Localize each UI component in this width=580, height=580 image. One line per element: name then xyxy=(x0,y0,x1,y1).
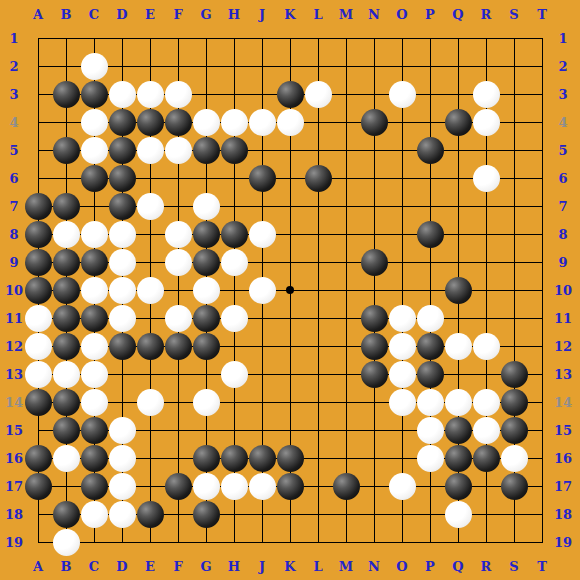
point-N11[interactable] xyxy=(360,304,388,332)
point-O7[interactable] xyxy=(388,192,416,220)
point-L12[interactable] xyxy=(304,332,332,360)
point-E12[interactable] xyxy=(136,332,164,360)
point-S6[interactable] xyxy=(500,164,528,192)
point-K3[interactable] xyxy=(276,80,304,108)
point-D19[interactable] xyxy=(108,528,136,556)
point-E18[interactable] xyxy=(136,500,164,528)
point-F9[interactable] xyxy=(164,248,192,276)
point-H17[interactable] xyxy=(220,472,248,500)
point-R11[interactable] xyxy=(472,304,500,332)
point-T3[interactable] xyxy=(528,80,556,108)
point-B3[interactable] xyxy=(52,80,80,108)
point-H1[interactable] xyxy=(220,24,248,52)
point-R14[interactable] xyxy=(472,388,500,416)
point-N3[interactable] xyxy=(360,80,388,108)
point-G3[interactable] xyxy=(192,80,220,108)
point-B4[interactable] xyxy=(52,108,80,136)
point-F1[interactable] xyxy=(164,24,192,52)
point-N10[interactable] xyxy=(360,276,388,304)
point-G17[interactable] xyxy=(192,472,220,500)
point-C13[interactable] xyxy=(80,360,108,388)
point-T17[interactable] xyxy=(528,472,556,500)
point-L5[interactable] xyxy=(304,136,332,164)
point-P1[interactable] xyxy=(416,24,444,52)
point-K12[interactable] xyxy=(276,332,304,360)
point-N16[interactable] xyxy=(360,444,388,472)
point-D9[interactable] xyxy=(108,248,136,276)
point-O9[interactable] xyxy=(388,248,416,276)
point-B7[interactable] xyxy=(52,192,80,220)
point-J9[interactable] xyxy=(248,248,276,276)
point-A14[interactable] xyxy=(24,388,52,416)
point-T11[interactable] xyxy=(528,304,556,332)
point-B6[interactable] xyxy=(52,164,80,192)
point-O15[interactable] xyxy=(388,416,416,444)
point-A4[interactable] xyxy=(24,108,52,136)
point-J18[interactable] xyxy=(248,500,276,528)
point-K13[interactable] xyxy=(276,360,304,388)
point-N7[interactable] xyxy=(360,192,388,220)
point-T16[interactable] xyxy=(528,444,556,472)
point-J1[interactable] xyxy=(248,24,276,52)
point-F19[interactable] xyxy=(164,528,192,556)
point-H11[interactable] xyxy=(220,304,248,332)
point-S2[interactable] xyxy=(500,52,528,80)
point-H15[interactable] xyxy=(220,416,248,444)
point-C17[interactable] xyxy=(80,472,108,500)
point-R17[interactable] xyxy=(472,472,500,500)
point-O4[interactable] xyxy=(388,108,416,136)
point-C5[interactable] xyxy=(80,136,108,164)
point-R1[interactable] xyxy=(472,24,500,52)
point-E17[interactable] xyxy=(136,472,164,500)
point-K1[interactable] xyxy=(276,24,304,52)
point-R15[interactable] xyxy=(472,416,500,444)
point-K4[interactable] xyxy=(276,108,304,136)
point-E15[interactable] xyxy=(136,416,164,444)
point-R5[interactable] xyxy=(472,136,500,164)
point-O13[interactable] xyxy=(388,360,416,388)
point-O6[interactable] xyxy=(388,164,416,192)
point-T6[interactable] xyxy=(528,164,556,192)
point-S14[interactable] xyxy=(500,388,528,416)
point-M18[interactable] xyxy=(332,500,360,528)
point-P7[interactable] xyxy=(416,192,444,220)
point-B15[interactable] xyxy=(52,416,80,444)
point-D2[interactable] xyxy=(108,52,136,80)
point-P10[interactable] xyxy=(416,276,444,304)
point-F2[interactable] xyxy=(164,52,192,80)
point-F10[interactable] xyxy=(164,276,192,304)
point-M6[interactable] xyxy=(332,164,360,192)
point-H13[interactable] xyxy=(220,360,248,388)
point-E1[interactable] xyxy=(136,24,164,52)
point-E14[interactable] xyxy=(136,388,164,416)
point-Q2[interactable] xyxy=(444,52,472,80)
point-H8[interactable] xyxy=(220,220,248,248)
point-C4[interactable] xyxy=(80,108,108,136)
point-O1[interactable] xyxy=(388,24,416,52)
point-Q11[interactable] xyxy=(444,304,472,332)
point-G13[interactable] xyxy=(192,360,220,388)
point-R18[interactable] xyxy=(472,500,500,528)
point-E4[interactable] xyxy=(136,108,164,136)
point-H5[interactable] xyxy=(220,136,248,164)
point-O11[interactable] xyxy=(388,304,416,332)
point-Q10[interactable] xyxy=(444,276,472,304)
point-R19[interactable] xyxy=(472,528,500,556)
point-C2[interactable] xyxy=(80,52,108,80)
point-E16[interactable] xyxy=(136,444,164,472)
point-G16[interactable] xyxy=(192,444,220,472)
point-F17[interactable] xyxy=(164,472,192,500)
point-R8[interactable] xyxy=(472,220,500,248)
point-T19[interactable] xyxy=(528,528,556,556)
point-F14[interactable] xyxy=(164,388,192,416)
point-A17[interactable] xyxy=(24,472,52,500)
point-L16[interactable] xyxy=(304,444,332,472)
point-P15[interactable] xyxy=(416,416,444,444)
point-D14[interactable] xyxy=(108,388,136,416)
point-A13[interactable] xyxy=(24,360,52,388)
point-S8[interactable] xyxy=(500,220,528,248)
point-A9[interactable] xyxy=(24,248,52,276)
point-K5[interactable] xyxy=(276,136,304,164)
point-A2[interactable] xyxy=(24,52,52,80)
point-E10[interactable] xyxy=(136,276,164,304)
point-B12[interactable] xyxy=(52,332,80,360)
point-M9[interactable] xyxy=(332,248,360,276)
point-Q8[interactable] xyxy=(444,220,472,248)
point-A3[interactable] xyxy=(24,80,52,108)
point-F12[interactable] xyxy=(164,332,192,360)
point-M8[interactable] xyxy=(332,220,360,248)
point-O3[interactable] xyxy=(388,80,416,108)
point-R13[interactable] xyxy=(472,360,500,388)
point-P9[interactable] xyxy=(416,248,444,276)
point-L9[interactable] xyxy=(304,248,332,276)
point-G14[interactable] xyxy=(192,388,220,416)
point-B18[interactable] xyxy=(52,500,80,528)
point-T8[interactable] xyxy=(528,220,556,248)
point-C1[interactable] xyxy=(80,24,108,52)
point-G1[interactable] xyxy=(192,24,220,52)
point-K2[interactable] xyxy=(276,52,304,80)
point-C6[interactable] xyxy=(80,164,108,192)
point-H3[interactable] xyxy=(220,80,248,108)
point-Q19[interactable] xyxy=(444,528,472,556)
point-O5[interactable] xyxy=(388,136,416,164)
point-Q4[interactable] xyxy=(444,108,472,136)
point-E2[interactable] xyxy=(136,52,164,80)
point-G7[interactable] xyxy=(192,192,220,220)
point-S18[interactable] xyxy=(500,500,528,528)
point-E13[interactable] xyxy=(136,360,164,388)
point-H2[interactable] xyxy=(220,52,248,80)
point-B5[interactable] xyxy=(52,136,80,164)
point-D3[interactable] xyxy=(108,80,136,108)
point-F5[interactable] xyxy=(164,136,192,164)
point-C10[interactable] xyxy=(80,276,108,304)
point-P14[interactable] xyxy=(416,388,444,416)
point-B11[interactable] xyxy=(52,304,80,332)
point-D1[interactable] xyxy=(108,24,136,52)
point-D5[interactable] xyxy=(108,136,136,164)
point-H9[interactable] xyxy=(220,248,248,276)
point-T13[interactable] xyxy=(528,360,556,388)
point-M1[interactable] xyxy=(332,24,360,52)
point-K11[interactable] xyxy=(276,304,304,332)
point-F15[interactable] xyxy=(164,416,192,444)
point-H16[interactable] xyxy=(220,444,248,472)
point-M15[interactable] xyxy=(332,416,360,444)
point-O12[interactable] xyxy=(388,332,416,360)
point-A5[interactable] xyxy=(24,136,52,164)
point-K14[interactable] xyxy=(276,388,304,416)
point-J5[interactable] xyxy=(248,136,276,164)
point-G12[interactable] xyxy=(192,332,220,360)
point-B16[interactable] xyxy=(52,444,80,472)
point-F3[interactable] xyxy=(164,80,192,108)
point-J6[interactable] xyxy=(248,164,276,192)
point-P16[interactable] xyxy=(416,444,444,472)
point-K19[interactable] xyxy=(276,528,304,556)
point-S4[interactable] xyxy=(500,108,528,136)
point-J16[interactable] xyxy=(248,444,276,472)
point-N4[interactable] xyxy=(360,108,388,136)
point-N18[interactable] xyxy=(360,500,388,528)
point-Q5[interactable] xyxy=(444,136,472,164)
point-Q1[interactable] xyxy=(444,24,472,52)
point-S15[interactable] xyxy=(500,416,528,444)
point-J19[interactable] xyxy=(248,528,276,556)
point-L13[interactable] xyxy=(304,360,332,388)
point-H10[interactable] xyxy=(220,276,248,304)
point-B1[interactable] xyxy=(52,24,80,52)
point-K18[interactable] xyxy=(276,500,304,528)
point-J4[interactable] xyxy=(248,108,276,136)
point-B8[interactable] xyxy=(52,220,80,248)
point-R3[interactable] xyxy=(472,80,500,108)
point-S10[interactable] xyxy=(500,276,528,304)
point-L2[interactable] xyxy=(304,52,332,80)
point-B9[interactable] xyxy=(52,248,80,276)
point-N1[interactable] xyxy=(360,24,388,52)
point-B14[interactable] xyxy=(52,388,80,416)
point-K10[interactable] xyxy=(276,276,304,304)
point-N14[interactable] xyxy=(360,388,388,416)
point-G6[interactable] xyxy=(192,164,220,192)
point-D4[interactable] xyxy=(108,108,136,136)
point-L19[interactable] xyxy=(304,528,332,556)
point-L4[interactable] xyxy=(304,108,332,136)
point-P17[interactable] xyxy=(416,472,444,500)
point-B13[interactable] xyxy=(52,360,80,388)
point-A6[interactable] xyxy=(24,164,52,192)
point-C16[interactable] xyxy=(80,444,108,472)
point-G15[interactable] xyxy=(192,416,220,444)
point-K6[interactable] xyxy=(276,164,304,192)
point-N9[interactable] xyxy=(360,248,388,276)
point-E19[interactable] xyxy=(136,528,164,556)
point-G10[interactable] xyxy=(192,276,220,304)
point-T7[interactable] xyxy=(528,192,556,220)
point-S1[interactable] xyxy=(500,24,528,52)
point-D6[interactable] xyxy=(108,164,136,192)
point-J10[interactable] xyxy=(248,276,276,304)
point-G5[interactable] xyxy=(192,136,220,164)
point-N17[interactable] xyxy=(360,472,388,500)
point-D13[interactable] xyxy=(108,360,136,388)
point-Q18[interactable] xyxy=(444,500,472,528)
point-T18[interactable] xyxy=(528,500,556,528)
point-S7[interactable] xyxy=(500,192,528,220)
point-L6[interactable] xyxy=(304,164,332,192)
point-C18[interactable] xyxy=(80,500,108,528)
point-G18[interactable] xyxy=(192,500,220,528)
point-Q9[interactable] xyxy=(444,248,472,276)
point-M12[interactable] xyxy=(332,332,360,360)
point-J13[interactable] xyxy=(248,360,276,388)
point-M2[interactable] xyxy=(332,52,360,80)
point-P2[interactable] xyxy=(416,52,444,80)
point-P6[interactable] xyxy=(416,164,444,192)
point-L10[interactable] xyxy=(304,276,332,304)
point-K9[interactable] xyxy=(276,248,304,276)
point-R10[interactable] xyxy=(472,276,500,304)
point-P5[interactable] xyxy=(416,136,444,164)
point-D18[interactable] xyxy=(108,500,136,528)
point-E9[interactable] xyxy=(136,248,164,276)
point-F11[interactable] xyxy=(164,304,192,332)
point-T10[interactable] xyxy=(528,276,556,304)
point-M7[interactable] xyxy=(332,192,360,220)
point-Q13[interactable] xyxy=(444,360,472,388)
point-J3[interactable] xyxy=(248,80,276,108)
point-K17[interactable] xyxy=(276,472,304,500)
point-E7[interactable] xyxy=(136,192,164,220)
point-F8[interactable] xyxy=(164,220,192,248)
point-P3[interactable] xyxy=(416,80,444,108)
point-A19[interactable] xyxy=(24,528,52,556)
point-G19[interactable] xyxy=(192,528,220,556)
point-R4[interactable] xyxy=(472,108,500,136)
point-L17[interactable] xyxy=(304,472,332,500)
point-M13[interactable] xyxy=(332,360,360,388)
point-S12[interactable] xyxy=(500,332,528,360)
point-P8[interactable] xyxy=(416,220,444,248)
point-O17[interactable] xyxy=(388,472,416,500)
point-T2[interactable] xyxy=(528,52,556,80)
point-Q3[interactable] xyxy=(444,80,472,108)
point-J17[interactable] xyxy=(248,472,276,500)
point-R2[interactable] xyxy=(472,52,500,80)
point-A18[interactable] xyxy=(24,500,52,528)
point-F6[interactable] xyxy=(164,164,192,192)
point-D7[interactable] xyxy=(108,192,136,220)
point-E6[interactable] xyxy=(136,164,164,192)
point-L7[interactable] xyxy=(304,192,332,220)
point-J8[interactable] xyxy=(248,220,276,248)
point-A15[interactable] xyxy=(24,416,52,444)
point-E11[interactable] xyxy=(136,304,164,332)
point-K8[interactable] xyxy=(276,220,304,248)
point-P18[interactable] xyxy=(416,500,444,528)
point-S5[interactable] xyxy=(500,136,528,164)
point-L18[interactable] xyxy=(304,500,332,528)
point-A12[interactable] xyxy=(24,332,52,360)
point-S3[interactable] xyxy=(500,80,528,108)
point-B19[interactable] xyxy=(52,528,80,556)
point-D16[interactable] xyxy=(108,444,136,472)
point-O18[interactable] xyxy=(388,500,416,528)
point-S11[interactable] xyxy=(500,304,528,332)
point-T12[interactable] xyxy=(528,332,556,360)
point-G4[interactable] xyxy=(192,108,220,136)
point-D11[interactable] xyxy=(108,304,136,332)
point-L8[interactable] xyxy=(304,220,332,248)
point-S9[interactable] xyxy=(500,248,528,276)
go-board[interactable] xyxy=(24,24,556,556)
point-H18[interactable] xyxy=(220,500,248,528)
point-B10[interactable] xyxy=(52,276,80,304)
point-N6[interactable] xyxy=(360,164,388,192)
point-C12[interactable] xyxy=(80,332,108,360)
point-R16[interactable] xyxy=(472,444,500,472)
point-P12[interactable] xyxy=(416,332,444,360)
point-C9[interactable] xyxy=(80,248,108,276)
point-E5[interactable] xyxy=(136,136,164,164)
point-D10[interactable] xyxy=(108,276,136,304)
point-M11[interactable] xyxy=(332,304,360,332)
point-C7[interactable] xyxy=(80,192,108,220)
point-A1[interactable] xyxy=(24,24,52,52)
point-K15[interactable] xyxy=(276,416,304,444)
point-C15[interactable] xyxy=(80,416,108,444)
point-R7[interactable] xyxy=(472,192,500,220)
point-G8[interactable] xyxy=(192,220,220,248)
point-D12[interactable] xyxy=(108,332,136,360)
point-O10[interactable] xyxy=(388,276,416,304)
point-A11[interactable] xyxy=(24,304,52,332)
point-E3[interactable] xyxy=(136,80,164,108)
point-Q14[interactable] xyxy=(444,388,472,416)
point-L15[interactable] xyxy=(304,416,332,444)
point-E8[interactable] xyxy=(136,220,164,248)
point-P11[interactable] xyxy=(416,304,444,332)
point-D15[interactable] xyxy=(108,416,136,444)
point-B2[interactable] xyxy=(52,52,80,80)
point-C3[interactable] xyxy=(80,80,108,108)
point-D17[interactable] xyxy=(108,472,136,500)
point-T1[interactable] xyxy=(528,24,556,52)
point-A7[interactable] xyxy=(24,192,52,220)
point-A8[interactable] xyxy=(24,220,52,248)
point-C14[interactable] xyxy=(80,388,108,416)
point-M4[interactable] xyxy=(332,108,360,136)
point-B17[interactable] xyxy=(52,472,80,500)
point-O2[interactable] xyxy=(388,52,416,80)
point-G2[interactable] xyxy=(192,52,220,80)
point-H12[interactable] xyxy=(220,332,248,360)
point-O8[interactable] xyxy=(388,220,416,248)
point-N19[interactable] xyxy=(360,528,388,556)
point-K16[interactable] xyxy=(276,444,304,472)
point-F4[interactable] xyxy=(164,108,192,136)
point-D8[interactable] xyxy=(108,220,136,248)
point-N12[interactable] xyxy=(360,332,388,360)
point-C11[interactable] xyxy=(80,304,108,332)
